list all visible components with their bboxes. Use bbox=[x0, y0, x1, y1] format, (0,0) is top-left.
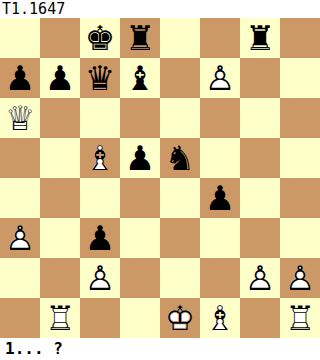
square-a8[interactable] bbox=[0, 18, 40, 58]
square-h6[interactable] bbox=[280, 98, 320, 138]
piece-white-pawn-fill: ♟ bbox=[80, 258, 120, 298]
square-g7[interactable] bbox=[240, 58, 280, 98]
square-h3[interactable] bbox=[280, 218, 320, 258]
square-e2[interactable] bbox=[160, 258, 200, 298]
square-f4[interactable]: ♟ bbox=[200, 178, 240, 218]
piece-black-pawn: ♟ bbox=[80, 218, 120, 258]
square-g2[interactable]: ♟♙ bbox=[240, 258, 280, 298]
piece-black-queen: ♛ bbox=[80, 58, 120, 98]
square-h2[interactable]: ♟♙ bbox=[280, 258, 320, 298]
square-h8[interactable] bbox=[280, 18, 320, 58]
move-prompt: 1... ? bbox=[0, 338, 320, 360]
square-d3[interactable] bbox=[120, 218, 160, 258]
square-d2[interactable] bbox=[120, 258, 160, 298]
square-d6[interactable] bbox=[120, 98, 160, 138]
square-h1[interactable]: ♜♖ bbox=[280, 298, 320, 338]
piece-black-pawn: ♟ bbox=[200, 178, 240, 218]
piece-white-pawn: ♙ bbox=[280, 258, 320, 298]
square-c4[interactable] bbox=[80, 178, 120, 218]
square-f1[interactable]: ♝♗ bbox=[200, 298, 240, 338]
piece-white-pawn: ♙ bbox=[0, 218, 40, 258]
piece-white-rook: ♖ bbox=[40, 298, 80, 338]
square-c1[interactable] bbox=[80, 298, 120, 338]
square-e6[interactable] bbox=[160, 98, 200, 138]
piece-black-pawn: ♟ bbox=[120, 138, 160, 178]
square-c2[interactable]: ♟♙ bbox=[80, 258, 120, 298]
square-g1[interactable] bbox=[240, 298, 280, 338]
square-f3[interactable] bbox=[200, 218, 240, 258]
square-f8[interactable] bbox=[200, 18, 240, 58]
square-d8[interactable]: ♜ bbox=[120, 18, 160, 58]
piece-white-bishop-fill: ♝ bbox=[80, 138, 120, 178]
square-c7[interactable]: ♛ bbox=[80, 58, 120, 98]
square-d5[interactable]: ♟ bbox=[120, 138, 160, 178]
square-c6[interactable] bbox=[80, 98, 120, 138]
square-f2[interactable] bbox=[200, 258, 240, 298]
piece-black-pawn: ♟ bbox=[0, 58, 40, 98]
square-b2[interactable] bbox=[40, 258, 80, 298]
square-g5[interactable] bbox=[240, 138, 280, 178]
square-b6[interactable] bbox=[40, 98, 80, 138]
square-b3[interactable] bbox=[40, 218, 80, 258]
piece-white-pawn-fill: ♟ bbox=[240, 258, 280, 298]
square-h4[interactable] bbox=[280, 178, 320, 218]
piece-black-rook: ♜ bbox=[120, 18, 160, 58]
piece-black-pawn: ♟ bbox=[40, 58, 80, 98]
square-b5[interactable] bbox=[40, 138, 80, 178]
piece-white-king: ♔ bbox=[160, 298, 200, 338]
square-c5[interactable]: ♝♗ bbox=[80, 138, 120, 178]
square-b4[interactable] bbox=[40, 178, 80, 218]
square-a7[interactable]: ♟ bbox=[0, 58, 40, 98]
square-c8[interactable]: ♚ bbox=[80, 18, 120, 58]
piece-black-knight: ♞ bbox=[160, 138, 200, 178]
piece-black-bishop: ♝ bbox=[120, 58, 160, 98]
piece-white-pawn: ♙ bbox=[200, 58, 240, 98]
square-a5[interactable] bbox=[0, 138, 40, 178]
square-h5[interactable] bbox=[280, 138, 320, 178]
square-c3[interactable]: ♟ bbox=[80, 218, 120, 258]
piece-white-bishop: ♗ bbox=[200, 298, 240, 338]
square-h7[interactable] bbox=[280, 58, 320, 98]
piece-white-pawn-fill: ♟ bbox=[280, 258, 320, 298]
piece-white-pawn-fill: ♟ bbox=[200, 58, 240, 98]
piece-white-rook-fill: ♜ bbox=[280, 298, 320, 338]
square-e4[interactable] bbox=[160, 178, 200, 218]
piece-black-rook: ♜ bbox=[240, 18, 280, 58]
square-d1[interactable] bbox=[120, 298, 160, 338]
chess-board: ♚♜♜♟♟♛♝♟♙♛♕♝♗♟♞♟♟♙♟♟♙♟♙♟♙♜♖♚♔♝♗♜♖ bbox=[0, 18, 320, 338]
square-d4[interactable] bbox=[120, 178, 160, 218]
square-b7[interactable]: ♟ bbox=[40, 58, 80, 98]
piece-white-bishop: ♗ bbox=[80, 138, 120, 178]
piece-white-pawn: ♙ bbox=[240, 258, 280, 298]
square-g8[interactable]: ♜ bbox=[240, 18, 280, 58]
square-a1[interactable] bbox=[0, 298, 40, 338]
piece-white-queen: ♕ bbox=[0, 98, 40, 138]
piece-white-pawn-fill: ♟ bbox=[0, 218, 40, 258]
puzzle-id: T1.1647 bbox=[0, 0, 320, 18]
piece-white-rook-fill: ♜ bbox=[40, 298, 80, 338]
piece-black-king: ♚ bbox=[80, 18, 120, 58]
square-f6[interactable] bbox=[200, 98, 240, 138]
square-e1[interactable]: ♚♔ bbox=[160, 298, 200, 338]
square-f5[interactable] bbox=[200, 138, 240, 178]
square-e3[interactable] bbox=[160, 218, 200, 258]
square-a2[interactable] bbox=[0, 258, 40, 298]
square-a3[interactable]: ♟♙ bbox=[0, 218, 40, 258]
square-g4[interactable] bbox=[240, 178, 280, 218]
square-e8[interactable] bbox=[160, 18, 200, 58]
piece-white-pawn: ♙ bbox=[80, 258, 120, 298]
piece-white-king-fill: ♚ bbox=[160, 298, 200, 338]
square-b1[interactable]: ♜♖ bbox=[40, 298, 80, 338]
square-a6[interactable]: ♛♕ bbox=[0, 98, 40, 138]
square-e7[interactable] bbox=[160, 58, 200, 98]
square-e5[interactable]: ♞ bbox=[160, 138, 200, 178]
square-b8[interactable] bbox=[40, 18, 80, 58]
piece-white-queen-fill: ♛ bbox=[0, 98, 40, 138]
piece-white-rook: ♖ bbox=[280, 298, 320, 338]
square-d7[interactable]: ♝ bbox=[120, 58, 160, 98]
square-a4[interactable] bbox=[0, 178, 40, 218]
square-g6[interactable] bbox=[240, 98, 280, 138]
square-g3[interactable] bbox=[240, 218, 280, 258]
piece-white-bishop-fill: ♝ bbox=[200, 298, 240, 338]
square-f7[interactable]: ♟♙ bbox=[200, 58, 240, 98]
